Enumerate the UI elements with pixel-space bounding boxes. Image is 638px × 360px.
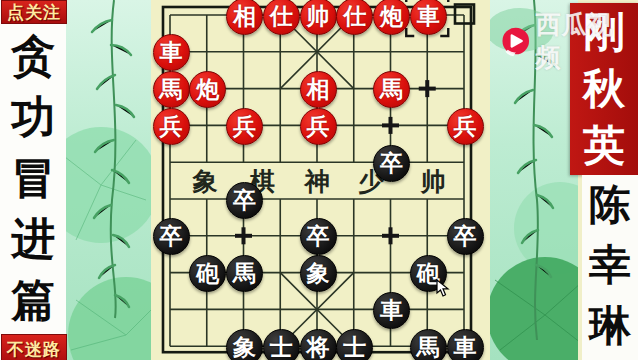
black-player-char-0: 陈 (589, 184, 631, 226)
piece-red-仕[interactable]: 仕 (336, 0, 373, 35)
black-player-char-1: 幸 (589, 244, 631, 286)
xigua-brand-text: 西瓜视频 (536, 8, 638, 74)
piece-black-象[interactable]: 象 (300, 255, 337, 292)
video-frame: 点关注 贪功冒进篇 不迷路 象 (0, 0, 638, 360)
xigua-watermark: 西瓜视频 (500, 8, 638, 74)
piece-black-卒[interactable]: 卒 (300, 218, 337, 255)
piece-black-卒[interactable]: 卒 (226, 182, 263, 219)
piece-red-兵[interactable]: 兵 (226, 108, 263, 145)
follow-badge[interactable]: 不迷路 (1, 334, 67, 360)
episode-title-char-0: 贪 (11, 35, 55, 79)
follow-badge-label: 不迷路 (7, 338, 61, 360)
piece-black-車[interactable]: 車 (447, 329, 484, 360)
subscribe-badge-label: 点关注 (7, 1, 61, 24)
piece-red-兵[interactable]: 兵 (447, 108, 484, 145)
episode-title-char-3: 进 (11, 218, 55, 262)
river-text-4: 帅 (420, 168, 446, 195)
black-player-name-banner: 陈幸琳 (582, 175, 638, 360)
piece-black-車[interactable]: 車 (373, 292, 410, 329)
piece-red-兵[interactable]: 兵 (300, 108, 337, 145)
subscribe-badge[interactable]: 点关注 (1, 0, 67, 24)
willow-decoration-left (66, 0, 151, 360)
piece-red-相[interactable]: 相 (300, 71, 337, 108)
piece-red-炮[interactable]: 炮 (373, 0, 410, 35)
willow-left-art (66, 0, 151, 360)
piece-black-卒[interactable]: 卒 (447, 218, 484, 255)
piece-red-車[interactable]: 車 (153, 34, 190, 71)
piece-red-車[interactable]: 車 (410, 0, 447, 35)
piece-red-相[interactable]: 相 (226, 0, 263, 35)
piece-red-馬[interactable]: 馬 (153, 71, 190, 108)
piece-black-卒[interactable]: 卒 (373, 145, 410, 182)
board-grid: 象棋神少帅 (151, 0, 490, 360)
black-player-char-2: 琳 (589, 305, 631, 347)
piece-black-卒[interactable]: 卒 (153, 218, 190, 255)
river-text-0: 象 (192, 168, 218, 195)
left-title-panel: 点关注 贪功冒进篇 不迷路 (0, 0, 66, 360)
piece-red-馬[interactable]: 馬 (373, 71, 410, 108)
episode-title-char-4: 篇 (11, 279, 55, 323)
piece-black-馬[interactable]: 馬 (410, 329, 447, 360)
red-player-char-1: 秋 (583, 68, 625, 110)
episode-title-char-1: 功 (11, 96, 55, 140)
red-player-char-2: 英 (583, 125, 625, 167)
piece-red-帅[interactable]: 帅 (300, 0, 337, 35)
episode-title-char-2: 冒 (11, 157, 55, 201)
piece-black-象[interactable]: 象 (226, 329, 263, 360)
piece-black-士[interactable]: 士 (263, 329, 300, 360)
piece-red-兵[interactable]: 兵 (153, 108, 190, 145)
episode-title-vertical: 贪功冒进篇 (0, 26, 66, 332)
piece-red-仕[interactable]: 仕 (263, 0, 300, 35)
piece-black-将[interactable]: 将 (300, 329, 337, 360)
xigua-logo-icon (500, 24, 530, 58)
piece-black-馬[interactable]: 馬 (226, 255, 263, 292)
river-text-2: 神 (304, 168, 330, 195)
mouse-cursor-icon (436, 279, 451, 298)
xiangqi-board: 象棋神少帅 相仕帅仕炮車車馬炮相馬兵兵兵兵卒卒卒卒卒砲馬象砲車象士将士馬車 (151, 0, 490, 360)
